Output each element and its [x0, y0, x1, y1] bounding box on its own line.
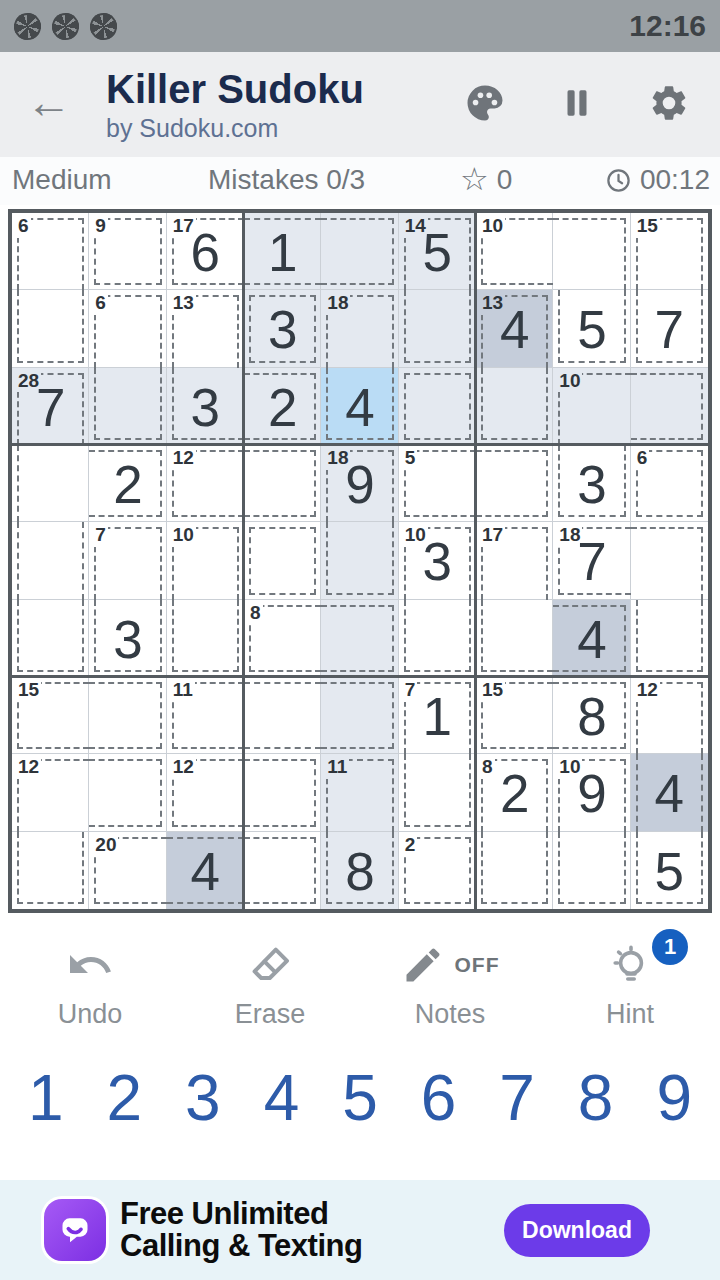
cell-r6c9[interactable] — [631, 600, 708, 677]
erase-button[interactable]: Erase — [180, 939, 360, 1030]
cell-r3c6[interactable] — [399, 368, 476, 445]
hint-label: Hint — [606, 999, 654, 1030]
notes-off-badge: OFF — [455, 953, 500, 977]
star-icon: ☆ — [460, 163, 489, 195]
cage-border — [244, 759, 316, 826]
screenshot-notification-icon — [14, 13, 41, 40]
numpad-2[interactable]: 2 — [107, 1066, 143, 1130]
cell-r6c5[interactable] — [321, 600, 398, 677]
cell-r5c8[interactable]: 187 — [553, 522, 630, 599]
cell-value: 3 — [423, 531, 452, 592]
cell-value: 4 — [191, 841, 220, 902]
ad-app-icon — [44, 1199, 106, 1261]
cell-r8c3[interactable]: 12 — [167, 754, 244, 831]
cell-r2c3[interactable]: 13 — [167, 290, 244, 367]
cell-r1c1[interactable]: 6 — [12, 213, 89, 290]
cell-r1c2[interactable]: 9 — [89, 213, 166, 290]
cell-r9c4[interactable] — [244, 832, 321, 909]
toolbar: Undo EraseOFF Notes1 Hint — [0, 939, 720, 1030]
cage-sum-label: 10 — [480, 214, 505, 238]
cell-r5c3[interactable]: 10 — [167, 522, 244, 599]
ad-text: Free Unlimited Calling & Texting — [120, 1198, 362, 1262]
hint-button[interactable]: 1 Hint — [540, 939, 720, 1030]
numpad-4[interactable]: 4 — [264, 1066, 300, 1130]
cell-value: 2 — [113, 454, 142, 515]
cell-r8c5[interactable]: 11 — [321, 754, 398, 831]
cage-border — [172, 600, 239, 672]
numpad-9[interactable]: 9 — [656, 1066, 692, 1130]
cell-r4c3[interactable]: 12 — [167, 445, 244, 522]
cell-r8c1[interactable]: 12 — [12, 754, 89, 831]
back-arrow-icon[interactable]: ← — [26, 79, 72, 125]
cell-r4c1[interactable] — [12, 445, 89, 522]
ad-line1: Free Unlimited — [120, 1198, 362, 1230]
ad-line2: Calling & Texting — [120, 1230, 362, 1262]
cage-border — [17, 522, 84, 599]
cell-r3c7[interactable] — [476, 368, 553, 445]
cell-r1c9[interactable]: 15 — [631, 213, 708, 290]
cell-r9c9[interactable]: 5 — [631, 832, 708, 909]
cell-r1c6[interactable]: 145 — [399, 213, 476, 290]
cage-sum-label: 18 — [325, 291, 350, 315]
pause-icon[interactable] — [558, 84, 596, 126]
score-value: 0 — [497, 164, 513, 196]
cell-r7c8[interactable]: 8 — [553, 677, 630, 754]
cage-border — [476, 450, 548, 517]
cell-r2c8[interactable]: 5 — [553, 290, 630, 367]
score-indicator: ☆ 0 — [460, 164, 512, 196]
cell-value: 6 — [191, 222, 220, 283]
cell-r3c5[interactable]: 4 — [321, 368, 398, 445]
cell-value: 8 — [345, 841, 374, 902]
cell-value: 9 — [577, 763, 606, 824]
cage-sum-label: 11 — [171, 678, 195, 702]
cell-r5c5[interactable] — [321, 522, 398, 599]
cage-border — [17, 832, 84, 904]
cage-sum-label: 12 — [171, 446, 196, 470]
cell-r5c6[interactable]: 103 — [399, 522, 476, 599]
cage-border — [321, 218, 393, 285]
cage-border — [17, 290, 84, 362]
cage-border — [244, 450, 316, 517]
cell-r1c7[interactable]: 10 — [476, 213, 553, 290]
ad-download-button[interactable]: Download — [504, 1204, 650, 1257]
header: ← Killer Sudoku by Sudoku.com — [0, 52, 720, 157]
palette-icon[interactable] — [464, 82, 506, 128]
clock-icon — [605, 167, 632, 194]
cage-sum-label: 10 — [557, 369, 582, 393]
sudoku-board: 6917611451015613318134572873241021218953… — [8, 209, 712, 913]
cage-sum-label: 13 — [171, 291, 196, 315]
cell-value: 4 — [577, 609, 606, 670]
undo-icon — [66, 941, 114, 989]
cell-r1c4[interactable]: 1 — [244, 213, 321, 290]
pencil-icon — [401, 943, 445, 987]
cage-sum-label: 12 — [171, 755, 196, 779]
cage-sum-label: 15 — [635, 214, 660, 238]
notes-button[interactable]: OFF Notes — [360, 939, 540, 1030]
cage-sum-label: 6 — [635, 446, 650, 470]
cage-border — [89, 682, 161, 749]
cell-r6c6[interactable] — [399, 600, 476, 677]
cage-sum-label: 7 — [403, 678, 418, 702]
cell-r4c2[interactable]: 2 — [89, 445, 166, 522]
cell-r7c6[interactable]: 71 — [399, 677, 476, 754]
cell-r7c1[interactable]: 15 — [12, 677, 89, 754]
cell-value: 3 — [113, 609, 142, 670]
cell-value: 7 — [655, 299, 684, 360]
cell-r7c3[interactable]: 11 — [167, 677, 244, 754]
cage-border — [404, 290, 471, 362]
cage-border — [404, 754, 471, 826]
status-bar: 12:16 — [0, 0, 720, 52]
cage-border — [321, 682, 393, 749]
cage-sum-label: 11 — [325, 755, 349, 779]
cell-value: 5 — [577, 299, 606, 360]
cell-r5c4[interactable] — [244, 522, 321, 599]
cage-sum-label: 8 — [248, 601, 263, 625]
cell-r7c2[interactable] — [89, 677, 166, 754]
cage-sum-label: 15 — [480, 678, 505, 702]
cell-value: 3 — [268, 299, 297, 360]
cage-border — [244, 837, 316, 904]
cell-r2c9[interactable]: 7 — [631, 290, 708, 367]
cell-value: 4 — [500, 299, 529, 360]
cell-value: 3 — [577, 454, 606, 515]
cell-r8c2[interactable] — [89, 754, 166, 831]
cage-sum-label: 15 — [16, 678, 41, 702]
cell-value: 7 — [577, 531, 606, 592]
cell-value: 5 — [655, 841, 684, 902]
cage-border — [553, 218, 625, 290]
cage-sum-label: 20 — [93, 833, 118, 857]
status-time: 12:16 — [629, 9, 706, 43]
cell-r3c4[interactable]: 2 — [244, 368, 321, 445]
notes-label: Notes — [415, 999, 486, 1030]
cage-border — [404, 373, 471, 440]
cell-r8c7[interactable]: 82 — [476, 754, 553, 831]
cell-value: 1 — [268, 222, 297, 283]
cell-r6c8[interactable]: 4 — [553, 600, 630, 677]
hint-count-badge: 1 — [652, 929, 688, 965]
killer-sudoku-app: 12:16 ← Killer Sudoku by Sudoku.com Medi… — [0, 0, 720, 1280]
cell-r3c2[interactable] — [89, 368, 166, 445]
cell-value: 5 — [423, 222, 452, 283]
cell-r9c2[interactable]: 20 — [89, 832, 166, 909]
cage-sum-label: 2 — [403, 833, 418, 857]
cell-r2c4[interactable]: 3 — [244, 290, 321, 367]
cage-border — [481, 368, 548, 440]
cell-r4c9[interactable]: 6 — [631, 445, 708, 522]
lightbulb-icon — [606, 941, 654, 989]
cell-value: 3 — [191, 377, 220, 438]
cage-border — [249, 527, 316, 594]
numpad: 123456789 — [0, 1066, 720, 1130]
screenshot-notification-icon — [52, 13, 79, 40]
cell-r2c5[interactable]: 18 — [321, 290, 398, 367]
cage-sum-label: 12 — [16, 755, 41, 779]
cage-border — [481, 832, 548, 904]
cage-border — [326, 522, 393, 594]
cell-r5c2[interactable]: 7 — [89, 522, 166, 599]
cage-border — [631, 527, 703, 599]
cell-r1c5[interactable] — [321, 213, 398, 290]
difficulty-label: Medium — [12, 164, 112, 196]
cell-value: 2 — [268, 377, 297, 438]
cell-r4c8[interactable]: 3 — [553, 445, 630, 522]
cell-r5c1[interactable] — [12, 522, 89, 599]
cage-sum-label: 5 — [403, 446, 418, 470]
cell-r9c6[interactable]: 2 — [399, 832, 476, 909]
cell-r3c3[interactable]: 3 — [167, 368, 244, 445]
cell-r2c2[interactable]: 6 — [89, 290, 166, 367]
cell-value: 8 — [577, 686, 606, 747]
cell-r8c6[interactable] — [399, 754, 476, 831]
cell-r9c1[interactable] — [12, 832, 89, 909]
board-grid: 6917611451015613318134572873241021218953… — [12, 213, 708, 909]
cell-r6c1[interactable] — [12, 600, 89, 677]
gear-icon[interactable] — [648, 82, 690, 128]
cell-value: 4 — [655, 763, 684, 824]
cage-border — [321, 605, 393, 672]
cell-r4c7[interactable] — [476, 445, 553, 522]
cell-r7c4[interactable] — [244, 677, 321, 754]
cage-sum-label: 10 — [171, 523, 196, 547]
numpad-7[interactable]: 7 — [499, 1066, 535, 1130]
cell-r7c7[interactable]: 15 — [476, 677, 553, 754]
page-subtitle: by Sudoku.com — [106, 114, 364, 143]
cell-value: 7 — [36, 377, 65, 438]
cage-border — [244, 682, 321, 749]
cage-border — [94, 368, 161, 440]
cage-sum-label: 6 — [16, 214, 31, 238]
cell-r8c8[interactable]: 109 — [553, 754, 630, 831]
cage-border — [17, 445, 89, 522]
info-bar: Medium Mistakes 0/3 ☆ 0 00:12 — [0, 157, 720, 205]
cell-r9c8[interactable] — [553, 832, 630, 909]
cage-sum-label: 12 — [635, 678, 660, 702]
cell-r2c7[interactable]: 134 — [476, 290, 553, 367]
cell-r7c5[interactable] — [321, 677, 398, 754]
cell-r5c7[interactable]: 17 — [476, 522, 553, 599]
page-title: Killer Sudoku — [106, 67, 364, 111]
cell-r8c9[interactable]: 4 — [631, 754, 708, 831]
cell-r2c6[interactable] — [399, 290, 476, 367]
mistakes-label: Mistakes 0/3 — [208, 164, 365, 196]
cage-border — [17, 600, 84, 672]
cell-r2c1[interactable] — [12, 290, 89, 367]
cell-r6c2[interactable]: 3 — [89, 600, 166, 677]
cage-sum-label: 9 — [93, 214, 108, 238]
cage-border — [89, 759, 161, 826]
eraser-icon — [246, 941, 294, 989]
cell-r3c9[interactable] — [631, 368, 708, 445]
cage-border — [636, 600, 703, 672]
cage-border — [631, 373, 703, 440]
cell-r1c3[interactable]: 176 — [167, 213, 244, 290]
cell-r3c1[interactable]: 287 — [12, 368, 89, 445]
cage-border — [558, 832, 625, 904]
undo-label: Undo — [58, 999, 123, 1030]
cell-r3c8[interactable]: 10 — [553, 368, 630, 445]
cell-r4c5[interactable]: 189 — [321, 445, 398, 522]
cell-r9c3[interactable]: 4 — [167, 832, 244, 909]
cage-sum-label: 17 — [480, 523, 505, 547]
timer-value: 00:12 — [640, 164, 710, 196]
cell-r8c4[interactable] — [244, 754, 321, 831]
cell-r9c7[interactable] — [476, 832, 553, 909]
cell-r6c4[interactable]: 8 — [244, 600, 321, 677]
cell-value: 1 — [423, 686, 452, 747]
cell-r4c6[interactable]: 5 — [399, 445, 476, 522]
ad-banner[interactable]: Free Unlimited Calling & Texting Downloa… — [0, 1180, 720, 1280]
screenshot-notification-icon — [90, 13, 117, 40]
cell-r1c8[interactable] — [553, 213, 630, 290]
cell-r4c4[interactable] — [244, 445, 321, 522]
cell-r6c3[interactable] — [167, 600, 244, 677]
cell-r7c9[interactable]: 12 — [631, 677, 708, 754]
cell-r5c9[interactable] — [631, 522, 708, 599]
numpad-3[interactable]: 3 — [185, 1066, 221, 1130]
cage-sum-label: 6 — [93, 291, 108, 315]
undo-button[interactable]: Undo — [0, 939, 180, 1030]
cell-r6c7[interactable] — [476, 600, 553, 677]
numpad-6[interactable]: 6 — [421, 1066, 457, 1130]
numpad-8[interactable]: 8 — [578, 1066, 614, 1130]
cell-value: 4 — [345, 377, 374, 438]
cage-sum-label: 8 — [480, 755, 495, 779]
numpad-1[interactable]: 1 — [28, 1066, 64, 1130]
cage-sum-label: 7 — [93, 523, 108, 547]
cell-value: 2 — [500, 763, 529, 824]
cell-value: 9 — [345, 454, 374, 515]
cage-border — [404, 600, 471, 672]
cell-r9c5[interactable]: 8 — [321, 832, 398, 909]
timer: 00:12 — [605, 164, 710, 196]
erase-label: Erase — [235, 999, 306, 1030]
cage-border — [481, 600, 553, 672]
numpad-5[interactable]: 5 — [342, 1066, 378, 1130]
